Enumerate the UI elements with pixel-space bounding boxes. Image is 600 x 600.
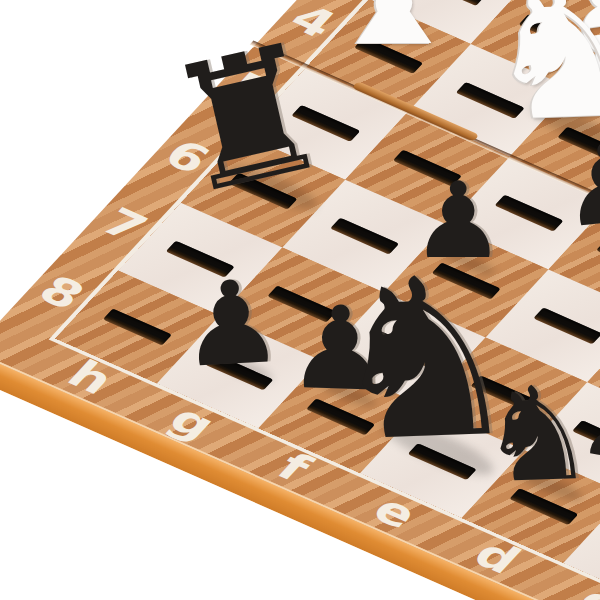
piece-slot	[533, 307, 600, 344]
chess-set-photo: hgfedcba87654321 ♜♟♟♟♞♞♟♟♝♞♝	[0, 0, 600, 600]
chess-piece-black-knight-d8: ♞	[477, 367, 598, 501]
chess-piece-black-pawn-g8: ♟	[177, 264, 286, 384]
chess-piece-white-bishop-h4: ♝	[322, 0, 465, 68]
piece-slot	[103, 309, 172, 346]
